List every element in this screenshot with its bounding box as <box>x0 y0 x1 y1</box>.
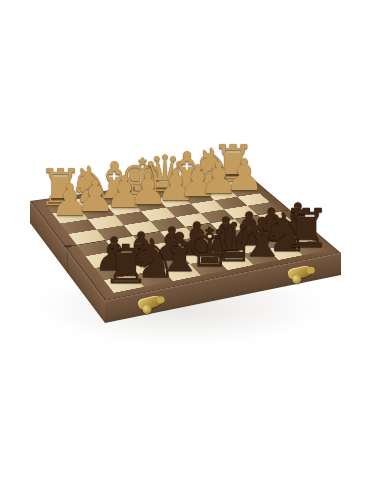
product-photo-canvas: ♜♞♝♚♛♝♞♜♟♟♟♟♟♟♟♟♟♟♟♟♟♟♟♟♜♞♝♚♛♝♞♜ <box>0 0 381 492</box>
piece-black-rook-a8[interactable]: ♜ <box>283 202 331 256</box>
pieces-layer: ♜♞♝♚♛♝♞♜♟♟♟♟♟♟♟♟♟♟♟♟♟♟♟♟♜♞♝♚♛♝♞♜ <box>0 0 381 492</box>
piece-white-pawn-a2[interactable]: ♟ <box>225 153 264 197</box>
